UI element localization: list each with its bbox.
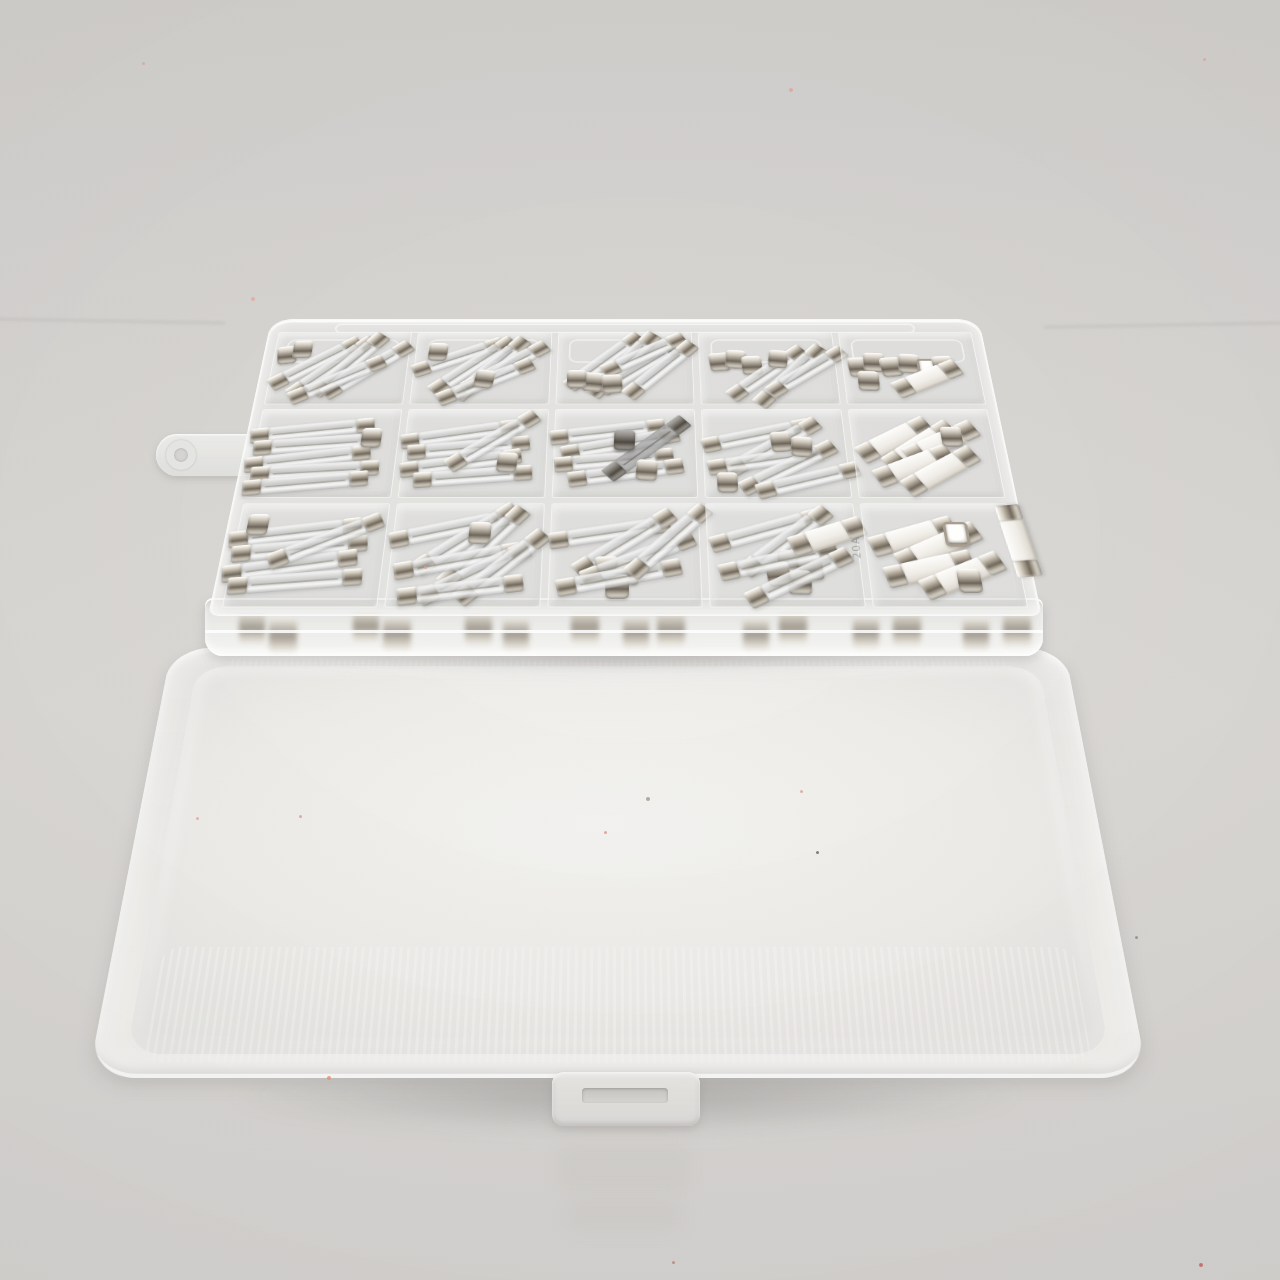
fuse-end-cap (245, 514, 270, 535)
fuse-cap-through-wall (269, 616, 297, 652)
fuse-end-cap (768, 350, 788, 369)
latch-reflection (566, 1198, 682, 1230)
lid-texture-striations (144, 947, 1093, 1063)
latch-slot (582, 1088, 668, 1103)
fuse-end-cap (636, 459, 659, 481)
ceramic-fuse-end (942, 522, 971, 547)
fuse-end-cap (467, 522, 492, 545)
fuse-end-cap (1012, 559, 1042, 578)
fuse-tray (208, 319, 1042, 616)
dust-speck (142, 62, 145, 65)
compartment-r0c2 (555, 332, 694, 404)
compartment-r1c3 (701, 409, 852, 498)
photo-scene: 30380 20A (0, 0, 1280, 1280)
fuse-body (999, 520, 1037, 562)
compartment-r0c4 (837, 332, 986, 404)
fuse-end-cap (413, 471, 432, 488)
fuse-cap-through-wall (853, 614, 879, 648)
compartment-r1c2 (551, 409, 698, 498)
fuse-end-cap (337, 549, 357, 568)
fuse-end-cap (613, 430, 635, 451)
fuse-end-cap (857, 371, 880, 391)
fuse-end-cap (342, 568, 362, 587)
fuse-end-cap (502, 574, 523, 594)
compartment-r2c2 (547, 504, 703, 608)
latch-reflection (558, 1144, 690, 1192)
fuse-end-cap (360, 428, 383, 447)
compartment-r0c3 (698, 332, 841, 404)
fuse-end-cap (549, 429, 569, 446)
fuse-end-cap (252, 440, 272, 456)
fuse-end-cap (241, 479, 261, 496)
compartment-r2c3 (705, 504, 865, 608)
compartment-r1c4 (847, 409, 1005, 498)
dust-speck (1135, 936, 1138, 939)
fuse-end-cap (553, 456, 573, 473)
compartment-r1c1 (398, 409, 549, 498)
dust-speck (1203, 58, 1206, 61)
fuse-end-cap (396, 586, 417, 606)
fuse-end-cap (664, 458, 686, 476)
compartment-r1c0 (244, 409, 402, 498)
fuse-cap-through-wall (743, 616, 769, 650)
fuse-cap-through-wall (383, 614, 411, 650)
compartment-r2c0 (222, 504, 391, 608)
background-seam-left (0, 318, 225, 324)
fuse-end-cap (940, 427, 965, 447)
fuse-cap-through-wall (503, 616, 529, 650)
fuse-end-cap (408, 444, 427, 461)
fuse-cap-through-wall (623, 614, 649, 648)
compartment-r0c0 (264, 332, 413, 404)
hanging-tab-hole (166, 440, 196, 470)
compartment-r2c1 (384, 504, 544, 608)
dust-speck (789, 88, 793, 92)
fuse-cap-through-wall (963, 616, 989, 650)
fuse-end-cap (427, 343, 449, 361)
background-seam-right (1044, 322, 1280, 328)
box-lid-open (88, 648, 1148, 1078)
fuse-end-cap (349, 470, 368, 487)
dust-speck (672, 1261, 675, 1264)
compartment-r2c4 (859, 504, 1028, 608)
fuse-end-cap (292, 340, 314, 358)
fuse-end-cap (566, 370, 586, 388)
fuse-end-cap (226, 576, 248, 595)
fuse-end-cap (547, 530, 569, 549)
tray-grid (210, 320, 1039, 614)
fuse-end-cap (956, 569, 984, 593)
lid-latch-tab (552, 1072, 700, 1126)
dust-speck (251, 297, 255, 301)
fuse-end-cap (791, 436, 812, 458)
fuse-end-cap (230, 544, 251, 563)
dust-speck (1199, 1263, 1203, 1267)
fuse-end-cap (496, 452, 519, 473)
fuse-end-cap (769, 431, 793, 452)
fuse-end-cap (716, 472, 738, 492)
compartment-r0c1 (410, 332, 553, 404)
